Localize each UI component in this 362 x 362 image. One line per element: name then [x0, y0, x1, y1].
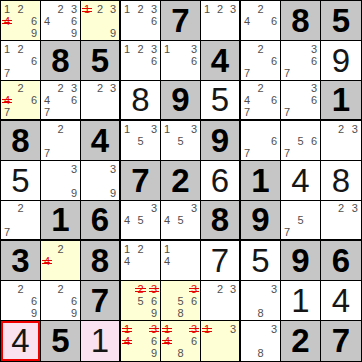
given-digit-9: 9: [251, 201, 269, 239]
cell-r8c9[interactable]: 4: [321, 281, 361, 321]
cell-r7c7[interactable]: 5: [241, 241, 281, 281]
candidate-6: 6: [186, 55, 197, 67]
candidate-6: 6: [266, 15, 277, 27]
candidate-9: 9: [105, 27, 116, 39]
candidate-3: 3: [105, 163, 116, 175]
candidate-4-eliminated: 4: [124, 335, 135, 347]
candidate-4: 4: [244, 15, 255, 27]
cell-r9c2[interactable]: 5: [41, 321, 81, 361]
cell-r7c2[interactable]: 24: [41, 241, 81, 281]
candidate-7: 7: [4, 106, 15, 118]
cell-r7c6[interactable]: 7: [201, 241, 241, 281]
solved-digit-5: 5: [11, 162, 29, 200]
cell-r8c4[interactable]: 23569: [121, 281, 161, 321]
given-digit-7: 7: [171, 2, 189, 40]
candidate-1-eliminated: 1: [204, 323, 215, 335]
candidate-4: 4: [44, 95, 55, 107]
solved-digit-1: 1: [91, 322, 109, 360]
cell-r3c8[interactable]: 367: [281, 81, 321, 121]
cell-r5c5[interactable]: 2: [161, 161, 201, 201]
cell-r4c8[interactable]: 567: [281, 121, 321, 161]
candidate-2: 2: [15, 3, 26, 15]
cell-r8c3[interactable]: 7: [81, 281, 121, 321]
cell-r1c7[interactable]: 246: [241, 1, 281, 41]
candidate-1: 1: [4, 3, 15, 15]
candidate-3: 3: [146, 3, 157, 15]
cell-r2c4[interactable]: 1236: [121, 41, 161, 81]
cell-r2c8[interactable]: 367: [281, 41, 321, 81]
candidate-9: 9: [105, 187, 116, 199]
cell-r2c3[interactable]: 5: [81, 41, 121, 81]
given-digit-1: 1: [251, 162, 269, 200]
cell-r3c5[interactable]: 9: [161, 81, 201, 121]
candidate-1-eliminated: 1: [164, 323, 175, 335]
candidate-5: 5: [175, 295, 186, 307]
solved-digit-6: 6: [211, 162, 229, 200]
candidate-8: 8: [255, 307, 266, 319]
candidate-3: 3: [186, 203, 197, 215]
candidate-2: 2: [55, 3, 66, 15]
solved-digit-5: 5: [211, 81, 229, 119]
cell-r8c1[interactable]: 269: [1, 281, 41, 321]
cell-r6c2[interactable]: 1: [41, 201, 81, 241]
solved-digit-4: 4: [332, 282, 350, 320]
cell-r2c9[interactable]: 9: [321, 41, 361, 81]
cell-r1c3[interactable]: 1239: [81, 1, 121, 41]
candidate-3: 3: [266, 283, 277, 295]
candidate-9: 9: [26, 27, 37, 39]
candidate-1: 1: [164, 243, 175, 255]
candidate-2-eliminated: 2: [135, 283, 146, 295]
candidate-1: 1: [124, 243, 135, 255]
candidate-7: 7: [244, 106, 255, 118]
candidate-4-eliminated: 4: [4, 95, 15, 107]
candidate-5: 5: [295, 215, 306, 227]
candidate-3-eliminated: 3: [146, 283, 157, 295]
candidate-5: 5: [135, 295, 146, 307]
candidate-2: 2: [55, 123, 66, 135]
candidate-2: 2: [335, 203, 346, 215]
given-digit-8: 8: [211, 201, 229, 239]
cell-r6c3[interactable]: 6: [81, 201, 121, 241]
solved-digit-5: 5: [251, 242, 269, 280]
cell-r9c6[interactable]: 13: [201, 321, 241, 361]
candidate-6: 6: [266, 95, 277, 107]
candidate-3: 3: [66, 163, 77, 175]
candidate-2: 2: [15, 283, 26, 295]
candidate-4: 4: [164, 215, 175, 227]
candidate-6: 6: [186, 295, 197, 307]
candidate-3: 3: [105, 3, 116, 15]
candidate-4: 4: [164, 255, 175, 267]
given-digit-9: 9: [211, 122, 229, 160]
candidate-3-eliminated: 3: [146, 323, 157, 335]
candidate-6: 6: [66, 95, 77, 107]
solved-digit-7: 7: [211, 242, 229, 280]
cell-r9c9[interactable]: 7: [321, 321, 361, 361]
candidate-6: 6: [26, 95, 37, 107]
cell-r7c8[interactable]: 9: [281, 241, 321, 281]
cell-r3c9[interactable]: 1: [321, 81, 361, 121]
candidate-3: 3: [347, 123, 358, 135]
cell-r5c6[interactable]: 6: [201, 161, 241, 201]
given-digit-5: 5: [332, 2, 350, 40]
candidate-2: 2: [135, 3, 146, 15]
cell-r5c1[interactable]: 5: [1, 161, 41, 201]
cell-r2c2[interactable]: 8: [41, 41, 81, 81]
candidate-9: 9: [66, 187, 77, 199]
candidate-2: 2: [135, 43, 146, 55]
candidate-1: 1: [124, 3, 135, 15]
cell-r1c9[interactable]: 5: [321, 1, 361, 41]
candidate-2: 2: [255, 83, 266, 95]
given-digit-6: 6: [332, 242, 350, 280]
cell-r3c6[interactable]: 5: [201, 81, 241, 121]
candidate-6: 6: [66, 15, 77, 27]
candidate-1: 1: [124, 123, 135, 135]
solved-digit-8: 8: [332, 162, 350, 200]
given-digit-8: 8: [291, 2, 309, 40]
candidate-9: 9: [66, 27, 77, 39]
candidate-2: 2: [15, 43, 26, 55]
cell-r1c2[interactable]: 23469: [41, 1, 81, 41]
cell-r6c7[interactable]: 9: [241, 201, 281, 241]
candidate-3: 3: [66, 83, 77, 95]
candidate-2: 2: [15, 203, 26, 215]
candidate-3: 3: [225, 283, 236, 295]
cell-r7c1[interactable]: 3: [1, 241, 41, 281]
given-digit-7: 7: [91, 282, 109, 320]
cell-r7c5[interactable]: 14: [161, 241, 201, 281]
cell-r6c8[interactable]: 57: [281, 201, 321, 241]
candidate-3: 3: [66, 3, 77, 15]
candidate-7: 7: [244, 67, 255, 79]
candidate-2: 2: [55, 243, 66, 255]
cell-r8c5[interactable]: 3568: [161, 281, 201, 321]
given-digit-3: 3: [11, 242, 29, 280]
candidate-4: 4: [44, 15, 55, 27]
candidate-7: 7: [4, 67, 15, 79]
candidate-2: 2: [255, 3, 266, 15]
cell-r4c9[interactable]: 23: [321, 121, 361, 161]
cell-r6c6[interactable]: 8: [201, 201, 241, 241]
candidate-9: 9: [146, 307, 157, 319]
cell-r4c2[interactable]: 27: [41, 121, 81, 161]
solved-digit-4: 4: [291, 162, 309, 200]
sudoku-board: 1246923469123912367123246851267851236136…: [0, 0, 362, 362]
candidate-4: 4: [124, 255, 135, 267]
given-digit-1: 1: [332, 81, 350, 119]
candidate-3: 3: [105, 83, 116, 95]
candidate-2: 2: [55, 283, 66, 295]
candidate-6: 6: [266, 135, 277, 147]
candidate-7: 7: [284, 67, 295, 79]
cell-r1c6[interactable]: 123: [201, 1, 241, 41]
cell-r8c6[interactable]: 23: [201, 281, 241, 321]
candidate-6: 6: [26, 15, 37, 27]
cell-r8c2[interactable]: 269: [41, 281, 81, 321]
given-digit-1: 1: [51, 201, 69, 239]
candidate-6: 6: [26, 295, 37, 307]
cell-r7c9[interactable]: 6: [321, 241, 361, 281]
candidate-3: 3: [186, 123, 197, 135]
candidate-1-eliminated: 1: [84, 3, 95, 15]
cell-r3c1[interactable]: 2467: [1, 81, 41, 121]
candidate-7: 7: [284, 147, 295, 159]
cell-r9c1[interactable]: 4: [1, 321, 41, 361]
cell-r2c5[interactable]: 136: [161, 41, 201, 81]
candidate-4-eliminated: 4: [44, 255, 55, 267]
given-digit-8: 8: [11, 122, 29, 160]
candidate-1: 1: [4, 43, 15, 55]
solved-digit-8: 8: [131, 81, 149, 119]
cell-r4c7[interactable]: 67: [241, 121, 281, 161]
given-digit-8: 8: [51, 42, 69, 80]
candidate-6: 6: [146, 55, 157, 67]
candidate-1-eliminated: 1: [124, 323, 135, 335]
candidate-7: 7: [44, 147, 55, 159]
cell-r3c7[interactable]: 2467: [241, 81, 281, 121]
given-digit-2: 2: [291, 322, 309, 360]
candidate-8: 8: [175, 348, 186, 360]
cell-r5c9[interactable]: 8: [321, 161, 361, 201]
cell-r6c5[interactable]: 345: [161, 201, 201, 241]
candidate-7: 7: [284, 226, 295, 238]
candidate-5: 5: [295, 135, 306, 147]
cell-r4c4[interactable]: 135: [121, 121, 161, 161]
cell-r2c6[interactable]: 4: [201, 41, 241, 81]
candidate-6: 6: [146, 15, 157, 27]
cell-r9c5[interactable]: 13468: [161, 321, 201, 361]
candidate-9: 9: [146, 348, 157, 360]
candidate-5: 5: [135, 135, 146, 147]
solved-digit-9: 9: [332, 42, 350, 80]
cell-r1c8[interactable]: 8: [281, 1, 321, 41]
given-digit-2: 2: [171, 162, 189, 200]
candidate-2: 2: [135, 243, 146, 255]
candidate-3: 3: [146, 43, 157, 55]
cell-r9c3[interactable]: 1: [81, 321, 121, 361]
candidate-6: 6: [186, 335, 197, 347]
cell-r3c4[interactable]: 8: [121, 81, 161, 121]
given-digit-7: 7: [332, 322, 350, 360]
candidate-4: 4: [244, 95, 255, 107]
candidate-1: 1: [204, 3, 215, 15]
candidate-3: 3: [306, 83, 317, 95]
candidate-4-eliminated: 4: [4, 15, 15, 27]
candidate-6: 6: [306, 135, 317, 147]
candidate-2: 2: [215, 283, 226, 295]
cell-r5c3[interactable]: 39: [81, 161, 121, 201]
candidate-5: 5: [175, 135, 186, 147]
given-digit-8: 8: [91, 242, 109, 280]
given-digit-7: 7: [131, 162, 149, 200]
cell-r4c5[interactable]: 135: [161, 121, 201, 161]
cell-r1c1[interactable]: 12469: [1, 1, 41, 41]
given-digit-5: 5: [51, 322, 69, 360]
candidate-3: 3: [306, 43, 317, 55]
candidate-2: 2: [15, 83, 26, 95]
candidate-7: 7: [4, 226, 15, 238]
candidate-6: 6: [306, 55, 317, 67]
cell-r6c1[interactable]: 27: [1, 201, 41, 241]
candidate-8: 8: [175, 307, 186, 319]
cell-r3c3[interactable]: 23: [81, 81, 121, 121]
cell-r1c4[interactable]: 1236: [121, 1, 161, 41]
cell-r5c8[interactable]: 4: [281, 161, 321, 201]
candidate-2: 2: [95, 83, 106, 95]
given-digit-5: 5: [91, 42, 109, 80]
cell-r4c3[interactable]: 4: [81, 121, 121, 161]
candidate-1: 1: [164, 123, 175, 135]
cell-r7c4[interactable]: 124: [121, 241, 161, 281]
candidate-6: 6: [306, 95, 317, 107]
candidate-3: 3: [225, 3, 236, 15]
cell-r8c8[interactable]: 1: [281, 281, 321, 321]
candidate-7: 7: [284, 106, 295, 118]
candidate-3: 3: [186, 43, 197, 55]
candidate-6: 6: [146, 335, 157, 347]
candidate-6: 6: [266, 55, 277, 67]
candidate-3: 3: [146, 203, 157, 215]
cell-r2c7[interactable]: 267: [241, 41, 281, 81]
candidate-3: 3: [146, 123, 157, 135]
cell-r7c3[interactable]: 8: [81, 241, 121, 281]
candidate-5: 5: [135, 215, 146, 227]
candidate-3: 3: [266, 323, 277, 335]
cell-r6c9[interactable]: 23: [321, 201, 361, 241]
candidate-6: 6: [26, 55, 37, 67]
candidate-3: 3: [347, 203, 358, 215]
candidate-2: 2: [215, 3, 226, 15]
cell-r5c7[interactable]: 1: [241, 161, 281, 201]
cell-r9c4[interactable]: 13469: [121, 321, 161, 361]
cell-r6c4[interactable]: 345: [121, 201, 161, 241]
candidate-4-eliminated: 4: [164, 335, 175, 347]
candidate-4: 4: [124, 215, 135, 227]
given-digit-9: 9: [291, 242, 309, 280]
cell-r4c1[interactable]: 8: [1, 121, 41, 161]
candidate-7: 7: [44, 106, 55, 118]
candidate-9: 9: [66, 307, 77, 319]
cell-r3c2[interactable]: 23467: [41, 81, 81, 121]
candidate-3-eliminated: 3: [186, 323, 197, 335]
given-digit-9: 9: [171, 81, 189, 119]
cell-r9c8[interactable]: 2: [281, 321, 321, 361]
cell-r8c7[interactable]: 38: [241, 281, 281, 321]
given-digit-6: 6: [91, 201, 109, 239]
candidate-1: 1: [164, 43, 175, 55]
cell-r4c6[interactable]: 9: [201, 121, 241, 161]
candidate-5: 5: [175, 215, 186, 227]
cell-r9c7[interactable]: 38: [241, 321, 281, 361]
candidate-6: 6: [66, 295, 77, 307]
solved-digit-1: 1: [291, 282, 309, 320]
cell-r2c1[interactable]: 1267: [1, 41, 41, 81]
cell-r5c2[interactable]: 39: [41, 161, 81, 201]
given-digit-4: 4: [211, 42, 229, 80]
candidate-3-eliminated: 3: [186, 283, 197, 295]
candidate-8: 8: [255, 348, 266, 360]
candidate-2: 2: [95, 3, 106, 15]
cell-r5c4[interactable]: 7: [121, 161, 161, 201]
candidate-2: 2: [55, 83, 66, 95]
candidate-1: 1: [124, 43, 135, 55]
solved-digit-4: 4: [11, 322, 29, 360]
cell-r1c5[interactable]: 7: [161, 1, 201, 41]
candidate-9: 9: [26, 307, 37, 319]
candidate-2: 2: [335, 123, 346, 135]
given-digit-4: 4: [91, 122, 109, 160]
candidate-6: 6: [146, 295, 157, 307]
candidate-7: 7: [244, 147, 255, 159]
candidate-2: 2: [255, 43, 266, 55]
candidate-3: 3: [225, 323, 236, 335]
